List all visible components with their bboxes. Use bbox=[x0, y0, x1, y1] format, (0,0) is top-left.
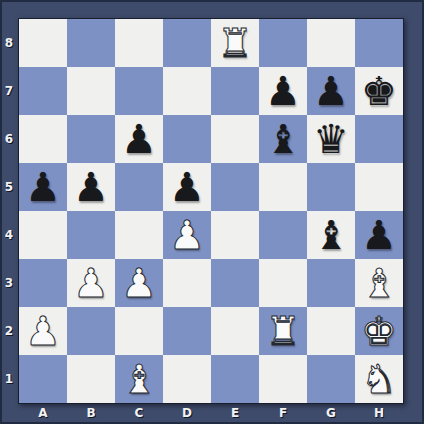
square-c4[interactable] bbox=[115, 211, 163, 259]
white-rook-icon[interactable]: ♜ bbox=[217, 19, 253, 67]
rank-label-7: 7 bbox=[0, 67, 18, 115]
square-e8[interactable]: ♜ bbox=[211, 19, 259, 67]
square-e7[interactable] bbox=[211, 67, 259, 115]
square-a2[interactable]: ♟ bbox=[19, 307, 67, 355]
file-label-b: B bbox=[67, 403, 115, 422]
file-label-d: D bbox=[163, 403, 211, 422]
square-b3[interactable]: ♟ bbox=[67, 259, 115, 307]
square-f2[interactable]: ♜ bbox=[259, 307, 307, 355]
square-d6[interactable] bbox=[163, 115, 211, 163]
white-pawn-icon[interactable]: ♟ bbox=[169, 211, 205, 259]
square-c1[interactable]: ♝ bbox=[115, 355, 163, 403]
square-d2[interactable] bbox=[163, 307, 211, 355]
square-g8[interactable] bbox=[307, 19, 355, 67]
square-a6[interactable] bbox=[19, 115, 67, 163]
square-d4[interactable]: ♟ bbox=[163, 211, 211, 259]
square-d5[interactable]: ♟ bbox=[163, 163, 211, 211]
black-pawn-icon[interactable]: ♟ bbox=[25, 163, 61, 211]
black-pawn-icon[interactable]: ♟ bbox=[361, 211, 397, 259]
square-e1[interactable] bbox=[211, 355, 259, 403]
square-g1[interactable] bbox=[307, 355, 355, 403]
square-e2[interactable] bbox=[211, 307, 259, 355]
square-e6[interactable] bbox=[211, 115, 259, 163]
rank-label-2: 2 bbox=[0, 307, 18, 355]
file-label-a: A bbox=[19, 403, 67, 422]
square-f5[interactable] bbox=[259, 163, 307, 211]
square-b7[interactable] bbox=[67, 67, 115, 115]
square-f3[interactable] bbox=[259, 259, 307, 307]
square-e3[interactable] bbox=[211, 259, 259, 307]
square-g2[interactable] bbox=[307, 307, 355, 355]
square-a5[interactable]: ♟ bbox=[19, 163, 67, 211]
square-b2[interactable] bbox=[67, 307, 115, 355]
board-frame: ♜♟♟♚♟♝♛♟♟♟♟♝♟♟♟♝♟♜♚♝♞ 87654321 ABCDEFGH bbox=[0, 0, 424, 424]
white-pawn-icon[interactable]: ♟ bbox=[25, 307, 61, 355]
black-king-icon[interactable]: ♚ bbox=[361, 67, 397, 115]
file-label-g: G bbox=[307, 403, 355, 422]
square-c2[interactable] bbox=[115, 307, 163, 355]
black-pawn-icon[interactable]: ♟ bbox=[121, 115, 157, 163]
chess-board: ♜♟♟♚♟♝♛♟♟♟♟♝♟♟♟♝♟♜♚♝♞ bbox=[18, 18, 404, 404]
file-label-f: F bbox=[259, 403, 307, 422]
white-knight-icon[interactable]: ♞ bbox=[361, 355, 397, 403]
square-a8[interactable] bbox=[19, 19, 67, 67]
square-d3[interactable] bbox=[163, 259, 211, 307]
square-h4[interactable]: ♟ bbox=[355, 211, 403, 259]
square-h2[interactable]: ♚ bbox=[355, 307, 403, 355]
square-h6[interactable] bbox=[355, 115, 403, 163]
white-pawn-icon[interactable]: ♟ bbox=[73, 259, 109, 307]
file-label-c: C bbox=[115, 403, 163, 422]
rank-label-1: 1 bbox=[0, 355, 18, 403]
square-a4[interactable] bbox=[19, 211, 67, 259]
square-b6[interactable] bbox=[67, 115, 115, 163]
black-pawn-icon[interactable]: ♟ bbox=[169, 163, 205, 211]
square-e5[interactable] bbox=[211, 163, 259, 211]
square-c5[interactable] bbox=[115, 163, 163, 211]
rank-label-3: 3 bbox=[0, 259, 18, 307]
file-labels: ABCDEFGH bbox=[19, 403, 403, 422]
square-h5[interactable] bbox=[355, 163, 403, 211]
square-a3[interactable] bbox=[19, 259, 67, 307]
white-rook-icon[interactable]: ♜ bbox=[265, 307, 301, 355]
square-g4[interactable]: ♝ bbox=[307, 211, 355, 259]
square-f4[interactable] bbox=[259, 211, 307, 259]
square-c8[interactable] bbox=[115, 19, 163, 67]
black-pawn-icon[interactable]: ♟ bbox=[73, 163, 109, 211]
rank-label-8: 8 bbox=[0, 19, 18, 67]
square-a1[interactable] bbox=[19, 355, 67, 403]
square-h3[interactable]: ♝ bbox=[355, 259, 403, 307]
square-h7[interactable]: ♚ bbox=[355, 67, 403, 115]
square-b8[interactable] bbox=[67, 19, 115, 67]
rank-label-6: 6 bbox=[0, 115, 18, 163]
white-bishop-icon[interactable]: ♝ bbox=[121, 355, 157, 403]
square-f6[interactable]: ♝ bbox=[259, 115, 307, 163]
square-f7[interactable]: ♟ bbox=[259, 67, 307, 115]
square-c3[interactable]: ♟ bbox=[115, 259, 163, 307]
square-d8[interactable] bbox=[163, 19, 211, 67]
black-pawn-icon[interactable]: ♟ bbox=[265, 67, 301, 115]
rank-label-5: 5 bbox=[0, 163, 18, 211]
square-h8[interactable] bbox=[355, 19, 403, 67]
square-g7[interactable]: ♟ bbox=[307, 67, 355, 115]
square-g3[interactable] bbox=[307, 259, 355, 307]
rank-labels: 87654321 bbox=[0, 19, 18, 403]
square-c6[interactable]: ♟ bbox=[115, 115, 163, 163]
black-pawn-icon[interactable]: ♟ bbox=[313, 67, 349, 115]
square-g5[interactable] bbox=[307, 163, 355, 211]
square-d7[interactable] bbox=[163, 67, 211, 115]
black-queen-icon[interactable]: ♛ bbox=[313, 115, 349, 163]
square-c7[interactable] bbox=[115, 67, 163, 115]
file-label-e: E bbox=[211, 403, 259, 422]
file-label-h: H bbox=[355, 403, 403, 422]
square-f1[interactable] bbox=[259, 355, 307, 403]
square-b5[interactable]: ♟ bbox=[67, 163, 115, 211]
square-f8[interactable] bbox=[259, 19, 307, 67]
black-bishop-icon[interactable]: ♝ bbox=[265, 115, 301, 163]
square-b4[interactable] bbox=[67, 211, 115, 259]
white-king-icon[interactable]: ♚ bbox=[361, 307, 397, 355]
square-a7[interactable] bbox=[19, 67, 67, 115]
square-e4[interactable] bbox=[211, 211, 259, 259]
black-bishop-icon[interactable]: ♝ bbox=[313, 211, 349, 259]
square-h1[interactable]: ♞ bbox=[355, 355, 403, 403]
white-bishop-icon[interactable]: ♝ bbox=[361, 259, 397, 307]
white-pawn-icon[interactable]: ♟ bbox=[121, 259, 157, 307]
rank-label-4: 4 bbox=[0, 211, 18, 259]
square-d1[interactable] bbox=[163, 355, 211, 403]
square-g6[interactable]: ♛ bbox=[307, 115, 355, 163]
square-b1[interactable] bbox=[67, 355, 115, 403]
